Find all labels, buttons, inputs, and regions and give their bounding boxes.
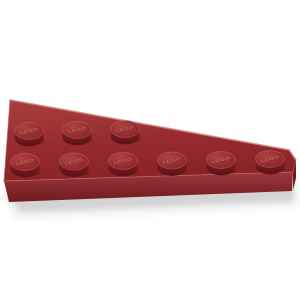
stud-front-5: LEGOLEGO [207,152,237,176]
stud-front-4: LEGOLEGO [158,152,188,176]
stud-front-6: LEGOLEGO [256,151,286,175]
stud-front-3: LEGOLEGO [109,153,139,177]
lego-wedge-plate-photo: LEGOLEGOLEGOLEGOLEGOLEGOLEGOLEGOLEGOLEGO… [0,0,300,300]
photo-canvas: LEGOLEGOLEGOLEGOLEGOLEGOLEGOLEGOLEGOLEGO… [0,0,300,300]
stud-front-2: LEGOLEGO [60,153,90,177]
stud-back-1: LEGOLEGO [15,123,45,147]
stud-front-1: LEGOLEGO [11,154,41,178]
plate-top-face [4,100,296,181]
stud-back-2: LEGOLEGO [63,122,93,146]
stud-back-3: LEGOLEGO [111,121,141,145]
